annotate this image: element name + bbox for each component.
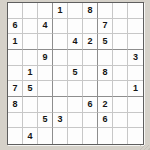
cell-r5c6[interactable] xyxy=(83,66,98,82)
cell-r1c9[interactable] xyxy=(128,3,143,19)
cell-r6c6[interactable] xyxy=(83,81,98,97)
cell-r7c3[interactable] xyxy=(38,97,53,113)
cell-r4c4[interactable] xyxy=(53,50,68,66)
cell-r6c8[interactable] xyxy=(113,81,128,97)
cell-r5c2[interactable]: 1 xyxy=(23,66,38,82)
cell-r6c1[interactable]: 7 xyxy=(8,81,23,97)
cell-r9c3[interactable] xyxy=(38,128,53,144)
cell-r2c1[interactable]: 6 xyxy=(8,19,23,35)
cell-r2c5[interactable] xyxy=(68,19,83,35)
cell-r5c8[interactable] xyxy=(113,66,128,82)
cell-r3c2[interactable] xyxy=(23,34,38,50)
cell-r8c6[interactable] xyxy=(83,113,98,129)
cell-r6c3[interactable] xyxy=(38,81,53,97)
cell-r7c9[interactable] xyxy=(128,97,143,113)
cell-r4c3[interactable]: 9 xyxy=(38,50,53,66)
cell-r6c9[interactable]: 1 xyxy=(128,81,143,97)
cell-r2c7[interactable]: 7 xyxy=(98,19,113,35)
cell-r1c6[interactable]: 8 xyxy=(83,3,98,19)
cell-r2c8[interactable] xyxy=(113,19,128,35)
cell-r8c1[interactable] xyxy=(8,113,23,129)
cell-r6c2[interactable]: 5 xyxy=(23,81,38,97)
cell-r2c3[interactable]: 4 xyxy=(38,19,53,35)
cell-r3c9[interactable] xyxy=(128,34,143,50)
cell-r9c5[interactable] xyxy=(68,128,83,144)
cell-r3c1[interactable]: 1 xyxy=(8,34,23,50)
cell-r3c5[interactable]: 4 xyxy=(68,34,83,50)
cell-r1c8[interactable] xyxy=(113,3,128,19)
cell-r2c4[interactable] xyxy=(53,19,68,35)
sudoku-board: 186471425931587518625364 xyxy=(7,2,144,145)
cell-r5c7[interactable]: 8 xyxy=(98,66,113,82)
cell-r9c8[interactable] xyxy=(113,128,128,144)
cell-r4c5[interactable] xyxy=(68,50,83,66)
cell-r1c2[interactable] xyxy=(23,3,38,19)
cell-r6c7[interactable] xyxy=(98,81,113,97)
cell-r8c8[interactable] xyxy=(113,113,128,129)
cell-r8c4[interactable]: 3 xyxy=(53,113,68,129)
cell-r8c2[interactable] xyxy=(23,113,38,129)
cell-r8c3[interactable]: 5 xyxy=(38,113,53,129)
cell-r8c7[interactable]: 6 xyxy=(98,113,113,129)
cell-r3c8[interactable] xyxy=(113,34,128,50)
cell-r9c9[interactable] xyxy=(128,128,143,144)
cell-r7c2[interactable] xyxy=(23,97,38,113)
cell-r4c7[interactable] xyxy=(98,50,113,66)
cell-r1c4[interactable]: 1 xyxy=(53,3,68,19)
cell-r1c3[interactable] xyxy=(38,3,53,19)
cell-r1c7[interactable] xyxy=(98,3,113,19)
cell-r4c2[interactable] xyxy=(23,50,38,66)
cell-r4c8[interactable] xyxy=(113,50,128,66)
cell-r9c4[interactable] xyxy=(53,128,68,144)
resize-grip[interactable] xyxy=(140,145,150,150)
cell-r4c1[interactable] xyxy=(8,50,23,66)
cell-r2c6[interactable] xyxy=(83,19,98,35)
cell-r7c1[interactable]: 8 xyxy=(8,97,23,113)
cell-r8c5[interactable] xyxy=(68,113,83,129)
cell-r2c2[interactable] xyxy=(23,19,38,35)
cell-r5c4[interactable] xyxy=(53,66,68,82)
cell-r9c6[interactable] xyxy=(83,128,98,144)
cell-r7c5[interactable] xyxy=(68,97,83,113)
cell-r1c1[interactable] xyxy=(8,3,23,19)
cell-r3c4[interactable] xyxy=(53,34,68,50)
cell-r5c1[interactable] xyxy=(8,66,23,82)
cell-r9c7[interactable] xyxy=(98,128,113,144)
cell-r6c5[interactable] xyxy=(68,81,83,97)
cell-r4c6[interactable] xyxy=(83,50,98,66)
cell-r7c4[interactable] xyxy=(53,97,68,113)
cell-r5c9[interactable] xyxy=(128,66,143,82)
cell-r3c3[interactable] xyxy=(38,34,53,50)
cell-r3c6[interactable]: 2 xyxy=(83,34,98,50)
cell-r2c9[interactable] xyxy=(128,19,143,35)
cell-r3c7[interactable]: 5 xyxy=(98,34,113,50)
cell-r9c1[interactable] xyxy=(8,128,23,144)
cell-r9c2[interactable]: 4 xyxy=(23,128,38,144)
cell-r4c9[interactable]: 3 xyxy=(128,50,143,66)
cell-r7c8[interactable] xyxy=(113,97,128,113)
cell-r6c4[interactable] xyxy=(53,81,68,97)
cell-r7c7[interactable]: 2 xyxy=(98,97,113,113)
cell-r5c3[interactable] xyxy=(38,66,53,82)
cell-r7c6[interactable]: 6 xyxy=(83,97,98,113)
cell-r8c9[interactable] xyxy=(128,113,143,129)
cell-r5c5[interactable]: 5 xyxy=(68,66,83,82)
cell-r1c5[interactable] xyxy=(68,3,83,19)
